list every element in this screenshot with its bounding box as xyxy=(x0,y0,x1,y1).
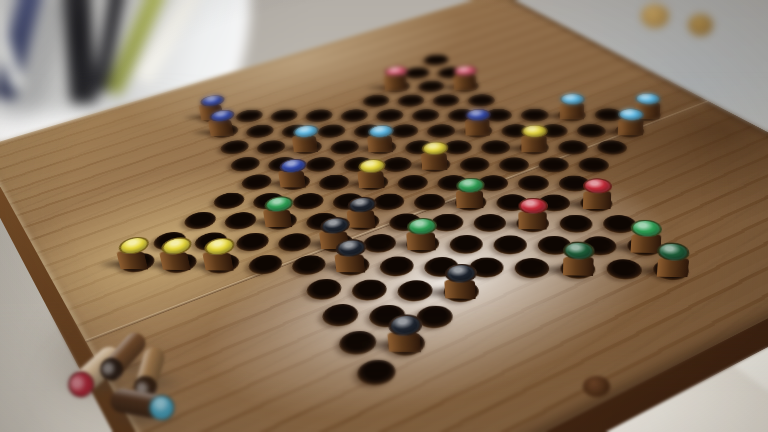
peg-body xyxy=(563,257,594,276)
peg-body xyxy=(384,75,408,91)
peg-body xyxy=(406,232,436,250)
peg-body xyxy=(208,120,234,136)
peg-body xyxy=(292,136,318,152)
peg-body xyxy=(657,258,690,277)
peg-body xyxy=(346,210,375,228)
peg-body xyxy=(456,191,484,209)
peg-body xyxy=(560,103,585,119)
peg-body xyxy=(202,252,234,270)
peg-body xyxy=(334,254,365,273)
peg-body xyxy=(357,171,385,188)
peg-body xyxy=(116,251,148,269)
peg-body xyxy=(465,119,490,135)
peg-body xyxy=(521,136,547,153)
peg-body xyxy=(421,153,448,170)
peg-body xyxy=(518,211,547,229)
peg-body xyxy=(618,119,644,136)
peg-body xyxy=(583,191,612,209)
peg-body xyxy=(367,136,393,153)
scene xyxy=(0,0,768,432)
peg-body xyxy=(159,252,191,270)
peg-body xyxy=(444,280,475,299)
peg-body xyxy=(278,171,306,188)
peg-body xyxy=(263,210,292,228)
board-hole-r4c1[interactable] xyxy=(361,95,390,107)
peg-body xyxy=(453,75,476,91)
board-latch-knob xyxy=(583,376,610,397)
